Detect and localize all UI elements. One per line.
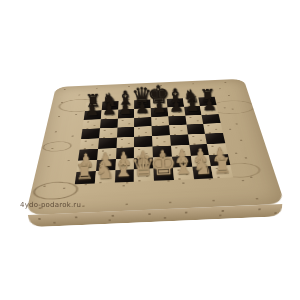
square-e6: [151, 116, 169, 126]
piece-white-knight: ♞: [94, 159, 115, 182]
square-h4: [205, 133, 225, 144]
piece-black-pawn: ♟: [101, 101, 116, 118]
piece-black-pawn: ♟: [152, 99, 167, 116]
watermark-text: 4ydo-podarok.ru: [20, 201, 81, 209]
square-g1: ♞: [192, 166, 213, 179]
piece-black-pawn: ♟: [202, 97, 217, 114]
piece-white-rook: ♜: [74, 161, 94, 183]
square-e4: [152, 135, 171, 146]
square-f6: [168, 115, 186, 125]
piece-black-pawn: ♟: [84, 102, 99, 119]
square-f7: ♟: [167, 107, 185, 117]
chess-set-scene: ♜♞♝♛♚♝♞♜♟♟♟♟♟♟♟♟♟♟♟♟♟♟♟♟♜♞♝♛♚♝♞♜: [38, 22, 265, 249]
piece-white-rook: ♜: [213, 155, 233, 177]
piece-white-bishop: ♝: [172, 154, 194, 178]
square-g5: [186, 124, 205, 135]
piece-white-knight: ♞: [192, 155, 213, 178]
square-d5: [134, 126, 152, 137]
square-c6: [117, 118, 134, 128]
square-h1: ♜: [211, 165, 233, 178]
piece-black-pawn: ♟: [185, 98, 200, 115]
square-h5: [203, 123, 223, 133]
piece-black-pawn: ♟: [135, 100, 150, 117]
square-e7: ♟: [151, 107, 168, 117]
square-e5: [152, 125, 170, 136]
square-g7: ♟: [184, 106, 202, 116]
square-b1: ♞: [95, 170, 115, 183]
square-g6: [185, 115, 204, 125]
square-a1: ♜: [75, 171, 96, 184]
piece-black-pawn: ♟: [118, 101, 133, 118]
stone-board-slab: ♜♞♝♛♚♝♞♜♟♟♟♟♟♟♟♟♟♟♟♟♟♟♟♟♜♞♝♛♚♝♞♜: [26, 79, 285, 215]
square-f5: [169, 125, 188, 136]
chess-board: ♜♞♝♛♚♝♞♜♟♟♟♟♟♟♟♟♟♟♟♟♟♟♟♟♜♞♝♛♚♝♞♜: [75, 97, 233, 185]
perspective-plane: ♜♞♝♛♚♝♞♜♟♟♟♟♟♟♟♟♟♟♟♟♟♟♟♟♜♞♝♛♚♝♞♜: [26, 79, 285, 215]
square-h7: ♟: [200, 105, 218, 115]
square-a4: [80, 138, 99, 149]
square-f1: ♝: [173, 167, 194, 180]
piece-black-pawn: ♟: [168, 98, 183, 115]
square-b6: [100, 118, 118, 128]
square-c5: [117, 127, 135, 138]
square-d6: [134, 117, 151, 127]
square-e1: ♚: [153, 168, 173, 181]
product-photo-canvas: ♜♞♝♛♚♝♞♜♟♟♟♟♟♟♟♟♟♟♟♟♟♟♟♟♜♞♝♛♚♝♞♜ 4ydo-po…: [0, 0, 300, 300]
square-h6: [202, 114, 221, 124]
